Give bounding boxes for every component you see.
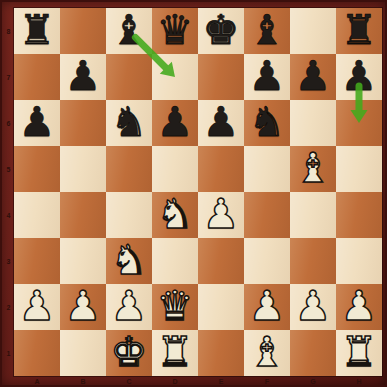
square-e5[interactable] (198, 146, 244, 192)
rank-label-3: 3 (3, 238, 14, 284)
piece-black-pawn[interactable]: ♟ (152, 100, 198, 146)
square-b3[interactable] (60, 238, 106, 284)
square-a1[interactable] (14, 330, 60, 376)
file-label-b: B (60, 376, 106, 387)
square-g7[interactable]: ♟ (290, 54, 336, 100)
piece-black-rook[interactable]: ♜ (14, 8, 60, 54)
square-h7[interactable]: ♟ (336, 54, 382, 100)
piece-white-pawn[interactable]: ♟ (336, 284, 382, 330)
square-d1[interactable]: ♜ (152, 330, 198, 376)
rank-label-7: 7 (3, 54, 14, 100)
piece-white-bishop[interactable]: ♝ (244, 330, 290, 376)
piece-black-king[interactable]: ♚ (198, 8, 244, 54)
square-g8[interactable] (290, 8, 336, 54)
square-c8[interactable]: ♝ (106, 8, 152, 54)
square-a2[interactable]: ♟ (14, 284, 60, 330)
square-h1[interactable]: ♜ (336, 330, 382, 376)
piece-black-pawn[interactable]: ♟ (198, 100, 244, 146)
file-label-h: H (336, 376, 382, 387)
square-c3[interactable]: ♞ (106, 238, 152, 284)
square-d4[interactable]: ♞ (152, 192, 198, 238)
square-f1[interactable]: ♝ (244, 330, 290, 376)
square-f6[interactable]: ♞ (244, 100, 290, 146)
square-g5[interactable]: ♝ (290, 146, 336, 192)
square-b7[interactable]: ♟ (60, 54, 106, 100)
piece-white-pawn[interactable]: ♟ (198, 192, 244, 238)
piece-black-knight[interactable]: ♞ (244, 100, 290, 146)
rank-label-5: 5 (3, 146, 14, 192)
square-c2[interactable]: ♟ (106, 284, 152, 330)
chess-board: ♜♝♛♚♝♜♟♟♟♟♟♞♟♟♞♝♞♟♞♟♟♟♛♟♟♟♚♜♝♜ (14, 8, 382, 376)
square-f2[interactable]: ♟ (244, 284, 290, 330)
square-e3[interactable] (198, 238, 244, 284)
square-a8[interactable]: ♜ (14, 8, 60, 54)
square-b2[interactable]: ♟ (60, 284, 106, 330)
square-e6[interactable]: ♟ (198, 100, 244, 146)
chess-board-frame: ♜♝♛♚♝♜♟♟♟♟♟♞♟♟♞♝♞♟♞♟♟♟♛♟♟♟♚♜♝♜ 87654321 … (0, 0, 387, 387)
square-d5[interactable] (152, 146, 198, 192)
piece-white-pawn[interactable]: ♟ (106, 284, 152, 330)
square-f7[interactable]: ♟ (244, 54, 290, 100)
square-f4[interactable] (244, 192, 290, 238)
square-e8[interactable]: ♚ (198, 8, 244, 54)
piece-black-queen[interactable]: ♛ (152, 8, 198, 54)
square-d2[interactable]: ♛ (152, 284, 198, 330)
piece-black-pawn[interactable]: ♟ (336, 54, 382, 100)
piece-white-pawn[interactable]: ♟ (60, 284, 106, 330)
piece-black-pawn[interactable]: ♟ (244, 54, 290, 100)
square-e1[interactable] (198, 330, 244, 376)
square-h4[interactable] (336, 192, 382, 238)
file-label-d: D (152, 376, 198, 387)
piece-black-bishop[interactable]: ♝ (244, 8, 290, 54)
square-h5[interactable] (336, 146, 382, 192)
square-h3[interactable] (336, 238, 382, 284)
square-h2[interactable]: ♟ (336, 284, 382, 330)
square-c6[interactable]: ♞ (106, 100, 152, 146)
square-d6[interactable]: ♟ (152, 100, 198, 146)
square-g1[interactable] (290, 330, 336, 376)
square-a4[interactable] (14, 192, 60, 238)
square-d7[interactable] (152, 54, 198, 100)
file-label-c: C (106, 376, 152, 387)
square-a5[interactable] (14, 146, 60, 192)
piece-white-rook[interactable]: ♜ (152, 330, 198, 376)
piece-white-knight[interactable]: ♞ (106, 238, 152, 284)
rank-label-2: 2 (3, 284, 14, 330)
square-a7[interactable] (14, 54, 60, 100)
file-label-f: F (244, 376, 290, 387)
square-h8[interactable]: ♜ (336, 8, 382, 54)
square-g6[interactable] (290, 100, 336, 146)
piece-white-pawn[interactable]: ♟ (290, 284, 336, 330)
square-e2[interactable] (198, 284, 244, 330)
square-d8[interactable]: ♛ (152, 8, 198, 54)
file-label-e: E (198, 376, 244, 387)
square-e4[interactable]: ♟ (198, 192, 244, 238)
rank-label-8: 8 (3, 8, 14, 54)
square-f3[interactable] (244, 238, 290, 284)
square-b8[interactable] (60, 8, 106, 54)
square-b1[interactable] (60, 330, 106, 376)
square-a3[interactable] (14, 238, 60, 284)
piece-white-queen[interactable]: ♛ (152, 284, 198, 330)
rank-label-1: 1 (3, 330, 14, 376)
rank-label-4: 4 (3, 192, 14, 238)
piece-white-pawn[interactable]: ♟ (14, 284, 60, 330)
piece-black-pawn[interactable]: ♟ (14, 100, 60, 146)
square-b5[interactable] (60, 146, 106, 192)
piece-white-pawn[interactable]: ♟ (244, 284, 290, 330)
square-g3[interactable] (290, 238, 336, 284)
file-label-g: G (290, 376, 336, 387)
piece-white-king[interactable]: ♚ (106, 330, 152, 376)
square-c5[interactable] (106, 146, 152, 192)
square-c4[interactable] (106, 192, 152, 238)
piece-white-rook[interactable]: ♜ (336, 330, 382, 376)
square-f5[interactable] (244, 146, 290, 192)
square-h6[interactable] (336, 100, 382, 146)
square-a6[interactable]: ♟ (14, 100, 60, 146)
square-f8[interactable]: ♝ (244, 8, 290, 54)
piece-black-bishop[interactable]: ♝ (106, 8, 152, 54)
piece-black-rook[interactable]: ♜ (336, 8, 382, 54)
square-c7[interactable] (106, 54, 152, 100)
square-b4[interactable] (60, 192, 106, 238)
piece-white-knight[interactable]: ♞ (152, 192, 198, 238)
rank-label-6: 6 (3, 100, 14, 146)
square-c1[interactable]: ♚ (106, 330, 152, 376)
square-g2[interactable]: ♟ (290, 284, 336, 330)
piece-black-pawn[interactable]: ♟ (290, 54, 336, 100)
square-d3[interactable] (152, 238, 198, 284)
piece-white-bishop[interactable]: ♝ (290, 146, 336, 192)
square-b6[interactable] (60, 100, 106, 146)
piece-black-pawn[interactable]: ♟ (60, 54, 106, 100)
square-g4[interactable] (290, 192, 336, 238)
square-e7[interactable] (198, 54, 244, 100)
piece-black-knight[interactable]: ♞ (106, 100, 152, 146)
file-label-a: A (14, 376, 60, 387)
